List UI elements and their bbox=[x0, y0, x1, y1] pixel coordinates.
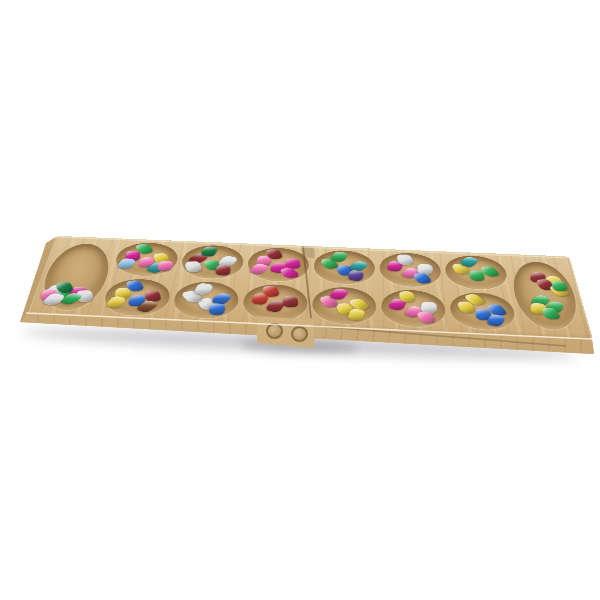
pit-far-4-cell bbox=[312, 249, 376, 286]
pit-near-1-cell bbox=[99, 278, 174, 318]
store-right-cell bbox=[507, 257, 585, 335]
pit-near-6-cell bbox=[447, 292, 519, 333]
pit-near-2[interactable] bbox=[171, 281, 241, 320]
pit-near-4[interactable] bbox=[312, 286, 377, 325]
stone-yellow bbox=[104, 295, 127, 308]
stone-clear bbox=[192, 282, 215, 295]
pit-near-1[interactable] bbox=[100, 278, 173, 317]
pit-far-3-cell bbox=[245, 247, 310, 284]
pit-near-6[interactable] bbox=[448, 292, 518, 331]
pit-far-5-cell bbox=[378, 252, 443, 289]
pit-far-2-cell bbox=[178, 244, 246, 281]
pit-far-1[interactable] bbox=[112, 242, 181, 277]
store-right[interactable] bbox=[508, 261, 584, 331]
stone-purple bbox=[347, 270, 364, 282]
stone-pink bbox=[156, 260, 174, 271]
product-photo-scene bbox=[0, 0, 600, 600]
stone-clear bbox=[184, 261, 203, 273]
pit-far-2[interactable] bbox=[179, 244, 245, 279]
mancala-board bbox=[26, 236, 593, 339]
hinge-pin-right bbox=[291, 326, 308, 342]
pit-far-6[interactable] bbox=[443, 255, 509, 291]
stone-darkgreen bbox=[200, 246, 219, 257]
pit-near-2-cell bbox=[170, 281, 242, 321]
stone-blue bbox=[208, 303, 225, 315]
stone-yellow bbox=[398, 291, 416, 302]
pit-far-6-cell bbox=[443, 255, 511, 292]
stone-pink bbox=[248, 263, 271, 275]
pit-near-5[interactable] bbox=[381, 289, 448, 328]
pit-far-5[interactable] bbox=[379, 252, 443, 288]
pit-near-3[interactable] bbox=[241, 283, 308, 322]
stone-yellow bbox=[347, 308, 366, 321]
pit-far-3[interactable] bbox=[246, 247, 310, 283]
pit-near-5-cell bbox=[380, 289, 449, 330]
hinge-pin-left bbox=[266, 323, 283, 339]
stone-maroon bbox=[282, 296, 298, 307]
stone-maroon bbox=[215, 265, 231, 276]
pit-near-4-cell bbox=[311, 286, 378, 327]
pit-near-3-cell bbox=[240, 283, 309, 324]
pit-far-1-cell bbox=[111, 242, 182, 279]
pit-far-4[interactable] bbox=[313, 249, 375, 285]
stone-lightblue bbox=[116, 258, 137, 270]
stone-magenta bbox=[278, 267, 301, 279]
